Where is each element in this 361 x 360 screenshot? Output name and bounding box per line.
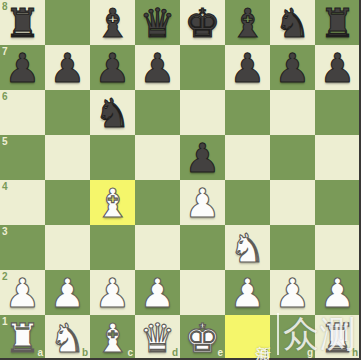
square-e6[interactable] bbox=[180, 90, 225, 135]
square-d4[interactable] bbox=[135, 180, 180, 225]
rank-label-6: 6 bbox=[2, 92, 8, 102]
square-h1[interactable]: h♜ bbox=[315, 315, 360, 360]
square-c2[interactable]: ♟ bbox=[90, 270, 135, 315]
square-f5[interactable] bbox=[225, 135, 270, 180]
piece-white-pawn[interactable]: ♟ bbox=[45, 270, 90, 315]
square-a3[interactable]: 3 bbox=[0, 225, 45, 270]
square-c8[interactable]: ♝ bbox=[90, 0, 135, 45]
file-label-g: g bbox=[307, 348, 313, 358]
square-a8[interactable]: 8♜ bbox=[0, 0, 45, 45]
square-h3[interactable] bbox=[315, 225, 360, 270]
square-c4[interactable]: ♝ bbox=[90, 180, 135, 225]
piece-black-bishop[interactable]: ♝ bbox=[225, 0, 270, 45]
piece-white-pawn[interactable]: ♟ bbox=[90, 270, 135, 315]
square-e2[interactable] bbox=[180, 270, 225, 315]
square-f2[interactable]: ♟ bbox=[225, 270, 270, 315]
square-g6[interactable] bbox=[270, 90, 315, 135]
piece-white-pawn[interactable]: ♟ bbox=[270, 270, 315, 315]
piece-black-knight[interactable]: ♞ bbox=[90, 90, 135, 135]
square-e8[interactable]: ♚ bbox=[180, 0, 225, 45]
square-e1[interactable]: e♚ bbox=[180, 315, 225, 360]
square-h6[interactable] bbox=[315, 90, 360, 135]
square-h8[interactable]: ♜ bbox=[315, 0, 360, 45]
piece-black-pawn[interactable]: ♟ bbox=[90, 45, 135, 90]
square-f1[interactable]: f bbox=[225, 315, 270, 360]
square-e7[interactable] bbox=[180, 45, 225, 90]
square-c7[interactable]: ♟ bbox=[90, 45, 135, 90]
rank-label-5: 5 bbox=[2, 137, 8, 147]
square-b8[interactable] bbox=[45, 0, 90, 45]
piece-white-knight[interactable]: ♞ bbox=[45, 315, 90, 360]
piece-white-pawn[interactable]: ♟ bbox=[180, 180, 225, 225]
piece-black-pawn[interactable]: ♟ bbox=[180, 135, 225, 180]
square-h7[interactable]: ♟ bbox=[315, 45, 360, 90]
piece-white-pawn[interactable]: ♟ bbox=[315, 270, 360, 315]
piece-white-king[interactable]: ♚ bbox=[180, 315, 225, 360]
piece-black-pawn[interactable]: ♟ bbox=[135, 45, 180, 90]
piece-white-pawn[interactable]: ♟ bbox=[225, 270, 270, 315]
square-d3[interactable] bbox=[135, 225, 180, 270]
square-h2[interactable]: ♟ bbox=[315, 270, 360, 315]
square-a2[interactable]: 2♟ bbox=[0, 270, 45, 315]
square-d6[interactable] bbox=[135, 90, 180, 135]
piece-white-pawn[interactable]: ♟ bbox=[0, 270, 45, 315]
chess-board: 8♜♝♛♚♝♞♜7♟♟♟♟♟♟♟6♞5♟4♝♟3♞2♟♟♟♟♟♟♟1a♜b♞c♝… bbox=[0, 0, 360, 360]
piece-black-knight[interactable]: ♞ bbox=[270, 0, 315, 45]
piece-black-bishop[interactable]: ♝ bbox=[90, 0, 135, 45]
piece-white-queen[interactable]: ♛ bbox=[135, 315, 180, 360]
square-e3[interactable] bbox=[180, 225, 225, 270]
square-b2[interactable]: ♟ bbox=[45, 270, 90, 315]
square-f4[interactable] bbox=[225, 180, 270, 225]
square-g5[interactable] bbox=[270, 135, 315, 180]
square-b5[interactable] bbox=[45, 135, 90, 180]
piece-black-pawn[interactable]: ♟ bbox=[0, 45, 45, 90]
file-label-f: f bbox=[265, 348, 268, 358]
square-d1[interactable]: d♛ bbox=[135, 315, 180, 360]
square-b6[interactable] bbox=[45, 90, 90, 135]
square-c1[interactable]: c♝ bbox=[90, 315, 135, 360]
square-g1[interactable]: g bbox=[270, 315, 315, 360]
square-a4[interactable]: 4 bbox=[0, 180, 45, 225]
piece-black-pawn[interactable]: ♟ bbox=[45, 45, 90, 90]
rank-label-4: 4 bbox=[2, 182, 8, 192]
square-g7[interactable]: ♟ bbox=[270, 45, 315, 90]
chess-board-window: 8♜♝♛♚♝♞♜7♟♟♟♟♟♟♟6♞5♟4♝♟3♞2♟♟♟♟♟♟♟1a♜b♞c♝… bbox=[0, 0, 361, 360]
piece-white-bishop[interactable]: ♝ bbox=[90, 180, 135, 225]
square-c3[interactable] bbox=[90, 225, 135, 270]
square-h4[interactable] bbox=[315, 180, 360, 225]
piece-white-pawn[interactable]: ♟ bbox=[135, 270, 180, 315]
square-c6[interactable]: ♞ bbox=[90, 90, 135, 135]
piece-black-rook[interactable]: ♜ bbox=[0, 0, 45, 45]
square-d2[interactable]: ♟ bbox=[135, 270, 180, 315]
square-h5[interactable] bbox=[315, 135, 360, 180]
square-d5[interactable] bbox=[135, 135, 180, 180]
square-b3[interactable] bbox=[45, 225, 90, 270]
square-f8[interactable]: ♝ bbox=[225, 0, 270, 45]
piece-black-pawn[interactable]: ♟ bbox=[315, 45, 360, 90]
square-e5[interactable]: ♟ bbox=[180, 135, 225, 180]
square-d7[interactable]: ♟ bbox=[135, 45, 180, 90]
piece-black-queen[interactable]: ♛ bbox=[135, 0, 180, 45]
square-b7[interactable]: ♟ bbox=[45, 45, 90, 90]
square-c5[interactable] bbox=[90, 135, 135, 180]
square-f7[interactable]: ♟ bbox=[225, 45, 270, 90]
square-e4[interactable]: ♟ bbox=[180, 180, 225, 225]
square-d8[interactable]: ♛ bbox=[135, 0, 180, 45]
square-g3[interactable] bbox=[270, 225, 315, 270]
piece-black-king[interactable]: ♚ bbox=[180, 0, 225, 45]
piece-black-pawn[interactable]: ♟ bbox=[270, 45, 315, 90]
square-f3[interactable]: ♞ bbox=[225, 225, 270, 270]
square-g4[interactable] bbox=[270, 180, 315, 225]
square-a5[interactable]: 5 bbox=[0, 135, 45, 180]
square-f6[interactable] bbox=[225, 90, 270, 135]
square-a7[interactable]: 7♟ bbox=[0, 45, 45, 90]
square-b4[interactable] bbox=[45, 180, 90, 225]
piece-black-rook[interactable]: ♜ bbox=[315, 0, 360, 45]
rank-label-3: 3 bbox=[2, 227, 8, 237]
piece-black-pawn[interactable]: ♟ bbox=[225, 45, 270, 90]
piece-white-bishop[interactable]: ♝ bbox=[90, 315, 135, 360]
square-a1[interactable]: 1a♜ bbox=[0, 315, 45, 360]
square-b1[interactable]: b♞ bbox=[45, 315, 90, 360]
piece-white-rook[interactable]: ♜ bbox=[315, 315, 360, 360]
piece-white-rook[interactable]: ♜ bbox=[0, 315, 45, 360]
square-g8[interactable]: ♞ bbox=[270, 0, 315, 45]
square-g2[interactable]: ♟ bbox=[270, 270, 315, 315]
square-a6[interactable]: 6 bbox=[0, 90, 45, 135]
piece-white-knight[interactable]: ♞ bbox=[225, 225, 270, 270]
